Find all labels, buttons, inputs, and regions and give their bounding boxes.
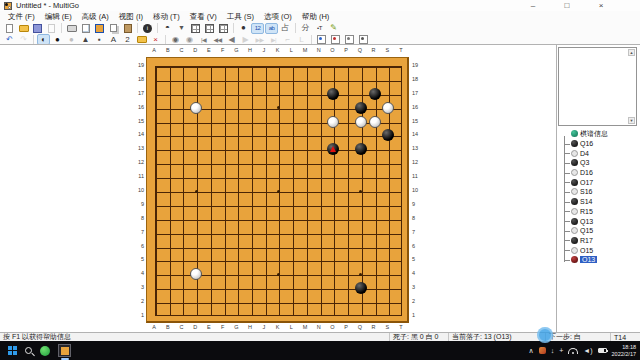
coord-bottom-C: C [177, 324, 185, 330]
menu-item-3[interactable]: 视图 (I) [114, 12, 148, 22]
black-move-node-icon [571, 237, 578, 244]
coord-bottom-R: R [370, 324, 378, 330]
toolbar-separator [311, 35, 312, 45]
menu-item-1[interactable]: 编辑 (E) [40, 12, 77, 22]
coord-right-15: 15 [412, 118, 422, 124]
coord-left-7: 7 [134, 229, 144, 235]
coord-top-R: R [370, 47, 378, 53]
toolbar-separator [295, 23, 296, 33]
find-move-icon [345, 35, 354, 44]
comment-panel[interactable]: ▲ ▼ [558, 47, 637, 126]
desktop: Untitled * - MultiGo – □ × 文件 (F)编辑 (E)高… [0, 0, 640, 360]
tree-node-label: Q13 [580, 218, 593, 225]
menu-item-7[interactable]: 选项 (O) [259, 12, 297, 22]
toolbar-separator [157, 23, 158, 33]
tree-zoom-icon [331, 35, 340, 44]
coord-left-5: 5 [134, 256, 144, 262]
tree-node-label: 棋谱信息 [580, 129, 608, 139]
tree-node-label: O13 [580, 256, 597, 263]
tree-move-1[interactable]: Q16 [558, 139, 638, 149]
tree-move-11[interactable]: R17 [558, 236, 638, 246]
coord-left-2: 2 [134, 298, 144, 304]
white-stone-S16 [382, 102, 394, 114]
coord-right-10: 10 [412, 187, 422, 193]
game-info-node-icon [571, 130, 578, 137]
tree-node-label: S14 [580, 198, 592, 205]
tray-app-icon[interactable] [539, 347, 546, 354]
tree-node-label: O15 [580, 247, 593, 254]
print-icon [67, 25, 77, 32]
tray-chevron-icon[interactable]: ∧ [529, 347, 534, 354]
tree-view-icon [317, 35, 326, 44]
coord-right-4: 4 [412, 270, 422, 276]
taskbar-clock[interactable]: 18:18 2022/2/17 [612, 344, 638, 357]
window-title: Untitled * - MultiGo [16, 1, 79, 10]
coord-top-J: J [260, 47, 268, 53]
star-point-K10 [277, 190, 280, 193]
coord-right-6: 6 [412, 243, 422, 249]
coord-right-18: 18 [412, 76, 422, 82]
black-move-node-icon [571, 198, 578, 205]
black-move-node-icon [571, 140, 578, 147]
tree-move-10[interactable]: Q15 [558, 226, 638, 236]
status-cursor-coordinate: T14 [610, 333, 640, 341]
coord-right-19: 19 [412, 62, 422, 68]
multigo-taskbar-icon[interactable] [58, 344, 71, 357]
move-cursor-icon[interactable]: + [559, 347, 563, 354]
white-move-node-icon [571, 208, 578, 215]
coord-top-N: N [315, 47, 323, 53]
black-stone-Q16 [355, 102, 367, 114]
coord-right-1: 1 [412, 312, 422, 318]
coord-right-13: 13 [412, 145, 422, 151]
board-half-view-icon [205, 24, 214, 33]
tree-node-label: O17 [580, 179, 593, 186]
multigo-window-icon [4, 2, 12, 10]
coord-left-19: 19 [134, 62, 144, 68]
coord-bottom-H: H [246, 324, 254, 330]
menu-item-4[interactable]: 移动 (T) [148, 12, 185, 22]
green-app-icon[interactable] [40, 346, 50, 356]
tree-move-5[interactable]: O17 [558, 177, 638, 187]
coord-right-16: 16 [412, 104, 422, 110]
go-board[interactable] [146, 57, 409, 323]
coord-bottom-J: J [260, 324, 268, 330]
black-stone-R17 [369, 88, 381, 100]
coord-left-13: 13 [134, 145, 144, 151]
coord-left-1: 1 [134, 312, 144, 318]
menu-item-0[interactable]: 文件 (F) [3, 12, 40, 22]
text-label-icon[interactable]: •T [313, 23, 326, 34]
coord-bottom-E: E [205, 324, 213, 330]
coord-bottom-A: A [150, 324, 158, 330]
coord-left-16: 16 [134, 104, 144, 110]
coord-left-3: 3 [134, 284, 144, 290]
export-icon [48, 24, 55, 33]
coord-top-C: C [177, 47, 185, 53]
tree-node-label: Q16 [580, 140, 593, 147]
tree-move-12[interactable]: O15 [558, 245, 638, 255]
coord-top-Q: Q [356, 47, 364, 53]
coord-right-9: 9 [412, 201, 422, 207]
coord-top-A: A [150, 47, 158, 53]
tree-node-label: Q15 [580, 227, 593, 234]
copy-board-icon [95, 24, 104, 33]
save-icon [33, 24, 42, 33]
star-point-Q10 [359, 190, 362, 193]
tree-move-3[interactable]: Q3 [558, 158, 638, 168]
coord-left-11: 11 [134, 173, 144, 179]
coord-right-5: 5 [412, 256, 422, 262]
coord-right-2: 2 [412, 298, 422, 304]
coord-top-B: B [164, 47, 172, 53]
tree-move-13[interactable]: O13 [558, 255, 638, 265]
coord-right-17: 17 [412, 90, 422, 96]
menu-item-8[interactable]: 帮助 (H) [297, 12, 335, 22]
coord-top-D: D [191, 47, 199, 53]
tree-move-8[interactable]: R15 [558, 207, 638, 217]
windows-start-icon[interactable] [8, 346, 17, 355]
save-icon[interactable] [31, 23, 44, 34]
coord-top-F: F [219, 47, 227, 53]
white-stone-R15 [369, 116, 381, 128]
coord-left-8: 8 [134, 215, 144, 221]
minimize-button[interactable]: – [522, 0, 544, 11]
paste-icon [124, 24, 132, 33]
coord-left-18: 18 [134, 76, 144, 82]
coord-top-P: P [342, 47, 350, 53]
copy-icon [110, 24, 117, 32]
star-point-K4 [277, 273, 280, 276]
coord-left-17: 17 [134, 90, 144, 96]
coord-top-L: L [287, 47, 295, 53]
print-icon[interactable] [65, 23, 78, 34]
white-move-node-icon [571, 188, 578, 195]
coord-top-H: H [246, 47, 254, 53]
touch-pointer-indicator [537, 327, 553, 343]
coord-bottom-P: P [342, 324, 350, 330]
white-move-node-icon [571, 150, 578, 157]
move-stone-icon[interactable]: ● [237, 23, 250, 34]
tree-node-label: R15 [580, 208, 593, 215]
new-file-icon [6, 24, 13, 33]
black-move-node-icon [571, 256, 578, 263]
star-point-D10 [195, 190, 198, 193]
search-icon[interactable] [25, 347, 32, 354]
volume-icon[interactable]: ◄) [583, 347, 592, 354]
coord-left-10: 10 [134, 187, 144, 193]
toolbar-separator [33, 35, 34, 45]
dropdown-caret-icon[interactable]: ▾ [175, 23, 188, 34]
coord-bottom-F: F [219, 324, 227, 330]
status-next-player: 下一步: 白 [545, 333, 610, 341]
toolbar-main: i◓▾●12ab占分•T✎ [0, 22, 640, 34]
toolbar-separator [61, 23, 62, 33]
menu-bar: 文件 (F)编辑 (E)高级 (A)视图 (I)移动 (T)查看 (V)工具 (… [0, 11, 640, 22]
print-preview-icon[interactable] [79, 23, 92, 34]
title-bar: Untitled * - MultiGo – □ × [0, 0, 640, 11]
coord-top-S: S [383, 47, 391, 53]
copy-board-icon[interactable] [93, 23, 106, 34]
edit-pencil-icon[interactable]: ✎ [327, 23, 340, 34]
tree-node-label: Q3 [580, 159, 589, 166]
close-button[interactable]: × [590, 0, 612, 11]
find-comment-icon [359, 35, 368, 44]
black-move-node-icon [571, 179, 578, 186]
coord-bottom-Q: Q [356, 324, 364, 330]
coord-left-6: 6 [134, 243, 144, 249]
panel-divider[interactable] [556, 45, 557, 332]
tree-node-label: D4 [580, 150, 589, 157]
white-stone-D16 [190, 102, 202, 114]
black-move-node-icon [571, 218, 578, 225]
coord-top-G: G [232, 47, 240, 53]
show-move-numbers-toggle[interactable]: 12 [251, 23, 264, 34]
taskbar: ∧ ↓ + ◄) 18:18 2022/2/17 [0, 341, 640, 360]
scroll-down-icon[interactable]: ▼ [628, 117, 635, 124]
show-coordinates-toggle[interactable]: ab [265, 23, 278, 34]
tree-move-9[interactable]: Q13 [558, 216, 638, 226]
open-file-icon [19, 25, 29, 32]
coord-bottom-T: T [397, 324, 405, 330]
tree-move-6[interactable]: S16 [558, 187, 638, 197]
white-stone-Q15 [355, 116, 367, 128]
tree-move-4[interactable]: D16 [558, 168, 638, 178]
coord-bottom-S: S [383, 324, 391, 330]
board-quarter-view-icon[interactable] [217, 23, 230, 34]
coord-bottom-D: D [191, 324, 199, 330]
coord-right-14: 14 [412, 131, 422, 137]
last-move-marker [330, 146, 336, 152]
scroll-up-icon[interactable]: ▲ [628, 49, 635, 56]
coord-top-E: E [205, 47, 213, 53]
coord-bottom-L: L [287, 324, 295, 330]
maximize-button[interactable]: □ [556, 0, 578, 11]
status-help: 按 F1 以获得帮助信息 [0, 333, 389, 341]
coord-top-O: O [328, 47, 336, 53]
tree-move-2[interactable]: D4 [558, 148, 638, 158]
status-captures: 死子: 黑 0 白 0 [389, 333, 448, 341]
board-half-view-icon[interactable] [203, 23, 216, 34]
white-move-node-icon [571, 169, 578, 176]
coord-right-11: 11 [412, 173, 422, 179]
menu-item-2[interactable]: 高级 (A) [77, 12, 114, 22]
white-move-node-icon [571, 247, 578, 254]
game-info-icon: i [143, 24, 152, 33]
coord-top-T: T [397, 47, 405, 53]
stone-style-icon[interactable]: ◓ [161, 23, 174, 34]
board-full-view-icon[interactable] [189, 23, 202, 34]
coord-bottom-B: B [164, 324, 172, 330]
menu-item-6[interactable]: 工具 (S) [222, 12, 259, 22]
new-file-icon[interactable] [3, 23, 16, 34]
open-file-icon[interactable] [17, 23, 30, 34]
wifi-icon[interactable] [568, 348, 578, 354]
coord-right-3: 3 [412, 284, 422, 290]
white-move-node-icon [571, 227, 578, 234]
coord-left-12: 12 [134, 159, 144, 165]
tree-root-node[interactable]: 棋谱信息 [558, 129, 638, 139]
coord-right-12: 12 [412, 159, 422, 165]
coord-left-4: 4 [134, 270, 144, 276]
coord-right-8: 8 [412, 215, 422, 221]
game-info-icon[interactable]: i [141, 23, 154, 34]
coord-bottom-O: O [328, 324, 336, 330]
coord-right-7: 7 [412, 229, 422, 235]
black-stone-Q3 [355, 282, 367, 294]
move-tree-panel: 棋谱信息Q16D4Q3D16O17S16S14R15Q13Q15R17O15O1… [558, 129, 638, 331]
tree-node-label: D16 [580, 169, 593, 176]
system-tray: ∧ ↓ + ◄) 18:18 2022/2/17 [529, 341, 638, 360]
coord-left-14: 14 [134, 131, 144, 137]
paste-icon[interactable] [121, 23, 134, 34]
white-stone-O15 [327, 116, 339, 128]
menu-item-5[interactable]: 查看 (V) [185, 12, 222, 22]
status-current-move: 当前落子: 13 (O13) [448, 333, 545, 341]
coord-top-M: M [301, 47, 309, 53]
coord-left-15: 15 [134, 118, 144, 124]
tree-node-label: R17 [580, 237, 593, 244]
board-full-view-icon [191, 24, 200, 33]
copy-icon[interactable] [107, 23, 120, 34]
coord-bottom-K: K [274, 324, 282, 330]
board-quarter-view-icon [219, 24, 228, 33]
coord-top-K: K [274, 47, 282, 53]
toolbar-separator [165, 35, 166, 45]
clock-date: 2022/2/17 [612, 351, 636, 358]
show-next-move-icon[interactable]: 占 [279, 23, 292, 34]
coord-bottom-G: G [232, 324, 240, 330]
tree-move-7[interactable]: S14 [558, 197, 638, 207]
coord-left-9: 9 [134, 201, 144, 207]
coord-bottom-N: N [315, 324, 323, 330]
export-icon[interactable] [45, 23, 58, 34]
black-move-node-icon [571, 159, 578, 166]
download-arrow-icon[interactable]: ↓ [551, 347, 555, 354]
toolbar-separator [137, 23, 138, 33]
print-preview-icon [82, 24, 90, 33]
coord-bottom-M: M [301, 324, 309, 330]
battery-icon[interactable] [598, 348, 607, 353]
toolbar-separator [233, 23, 234, 33]
zone-tool [137, 36, 147, 43]
half-counting-icon[interactable]: 分 [299, 23, 312, 34]
tree-node-label: S16 [580, 188, 592, 195]
